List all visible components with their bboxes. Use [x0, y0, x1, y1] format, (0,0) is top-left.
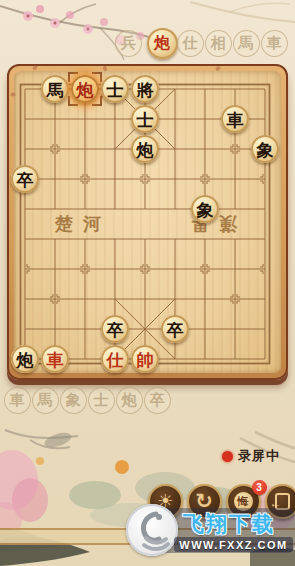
- piece-red-車[interactable]: 車: [41, 345, 69, 373]
- piece-character: 將: [137, 81, 154, 98]
- recording-label: 录屏中: [238, 447, 280, 465]
- piece-black-象[interactable]: 象: [251, 135, 279, 163]
- piece-character: 象: [257, 141, 274, 158]
- watermark-logo-icon: [126, 504, 178, 556]
- piece-black-卒[interactable]: 卒: [161, 315, 189, 343]
- captured-slot-卒: 卒: [144, 387, 171, 414]
- piece-black-炮[interactable]: 炮: [131, 135, 159, 163]
- piece-character: 馬: [47, 81, 64, 98]
- piece-character: 卒: [107, 321, 124, 338]
- piece-black-象[interactable]: 象: [191, 195, 219, 223]
- piece-character: 卒: [17, 171, 34, 188]
- piece-character: 車: [47, 351, 64, 368]
- piece-black-炮[interactable]: 炮: [11, 345, 39, 373]
- piece-black-士[interactable]: 士: [101, 75, 129, 103]
- recording-indicator: 录屏中: [222, 447, 280, 465]
- watermark-title: 飞翔下载: [183, 510, 275, 538]
- captured-slot-馬: 馬: [233, 30, 260, 57]
- captured-slot-士: 士: [88, 387, 115, 414]
- piece-red-帥[interactable]: 帥: [131, 345, 159, 373]
- piece-character: 車: [227, 111, 244, 128]
- piece-black-卒[interactable]: 卒: [101, 315, 129, 343]
- captured-slot-相: 相: [205, 30, 232, 57]
- watermark-url: WWW.FXXZ.COM: [174, 537, 293, 552]
- piece-black-將[interactable]: 將: [131, 75, 159, 103]
- piece-character: 士: [107, 81, 124, 98]
- piece-red-仕[interactable]: 仕: [101, 345, 129, 373]
- piece-character: 炮: [137, 141, 154, 158]
- captured-slot-象: 象: [60, 387, 87, 414]
- piece-red-炮[interactable]: 炮: [71, 75, 99, 103]
- undo-count-badge: 3: [252, 480, 267, 495]
- piece-character: 士: [137, 111, 154, 128]
- recording-dot-icon: [222, 451, 233, 462]
- piece-black-卒[interactable]: 卒: [11, 165, 39, 193]
- captured-slot-仕: 仕: [177, 30, 204, 57]
- piece-character: 卒: [167, 321, 184, 338]
- captured-slot-炮: 炮: [147, 28, 178, 59]
- xiangqi-app-screen: 兵炮仕相馬車 楚河 漢界 馬炮士將士車炮象卒象卒卒炮車仕帥 車馬象士炮卒 录屏中…: [0, 0, 295, 566]
- piece-character: 象: [197, 201, 214, 218]
- piece-character: 仕: [107, 351, 124, 368]
- captured-slot-炮: 炮: [116, 387, 143, 414]
- piece-black-士[interactable]: 士: [131, 105, 159, 133]
- watermark: 飞翔下载 WWW.FXXZ.COM: [126, 504, 295, 556]
- piece-black-車[interactable]: 車: [221, 105, 249, 133]
- xiangqi-board[interactable]: 楚河 漢界 馬炮士將士車炮象卒象卒卒炮車仕帥: [7, 64, 288, 380]
- captured-slot-兵: 兵: [115, 30, 142, 57]
- captured-slot-車: 車: [261, 30, 288, 57]
- piece-character: 炮: [77, 81, 94, 98]
- piece-black-馬[interactable]: 馬: [41, 75, 69, 103]
- piece-character: 炮: [17, 351, 34, 368]
- piece-character: 帥: [137, 351, 154, 368]
- captured-slot-車: 車: [4, 387, 31, 414]
- captured-slot-馬: 馬: [32, 387, 59, 414]
